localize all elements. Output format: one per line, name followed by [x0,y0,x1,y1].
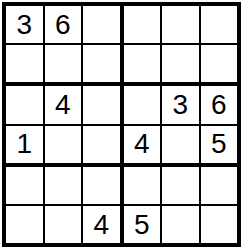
cell-r5c2[interactable] [45,167,82,204]
cell-r3c6: 6 [201,86,238,123]
cell-r5c5[interactable] [162,167,199,204]
cell-r2c3[interactable] [83,45,120,82]
cell-r2c1[interactable] [6,45,43,82]
sudoku-board: 3 6 4 1 3 6 4 5 4 [2,2,241,247]
cell-r1c6[interactable] [201,6,238,43]
cell-r4c4: 4 [124,126,161,163]
box-r1c2 [124,6,238,82]
cell-r3c5: 3 [162,86,199,123]
cell-r6c2[interactable] [45,206,82,243]
box-r3c1: 4 [6,167,120,243]
box-r2c2: 3 6 4 5 [124,86,238,162]
cell-r2c2[interactable] [45,45,82,82]
cell-r6c6[interactable] [201,206,238,243]
cell-r4c2[interactable] [45,126,82,163]
cell-r1c2: 6 [45,6,82,43]
cell-r1c4[interactable] [124,6,161,43]
cell-r5c6[interactable] [201,167,238,204]
cell-r5c3[interactable] [83,167,120,204]
cell-r4c3[interactable] [83,126,120,163]
cell-r2c6[interactable] [201,45,238,82]
cell-r6c3: 4 [83,206,120,243]
cell-r4c6: 5 [201,126,238,163]
cell-r3c4[interactable] [124,86,161,123]
cell-r6c1[interactable] [6,206,43,243]
cell-r6c5[interactable] [162,206,199,243]
box-r1c1: 3 6 [6,6,120,82]
cell-r1c3[interactable] [83,6,120,43]
box-r3c2: 5 [124,167,238,243]
cell-r2c4[interactable] [124,45,161,82]
cell-r3c1[interactable] [6,86,43,123]
cell-r3c2: 4 [45,86,82,123]
cell-r1c1: 3 [6,6,43,43]
cell-r6c4: 5 [124,206,161,243]
cell-r2c5[interactable] [162,45,199,82]
box-r2c1: 4 1 [6,86,120,162]
cell-r5c1[interactable] [6,167,43,204]
cell-r5c4[interactable] [124,167,161,204]
cell-r4c5[interactable] [162,126,199,163]
cell-r4c1: 1 [6,126,43,163]
cell-r1c5[interactable] [162,6,199,43]
cell-r3c3[interactable] [83,86,120,123]
